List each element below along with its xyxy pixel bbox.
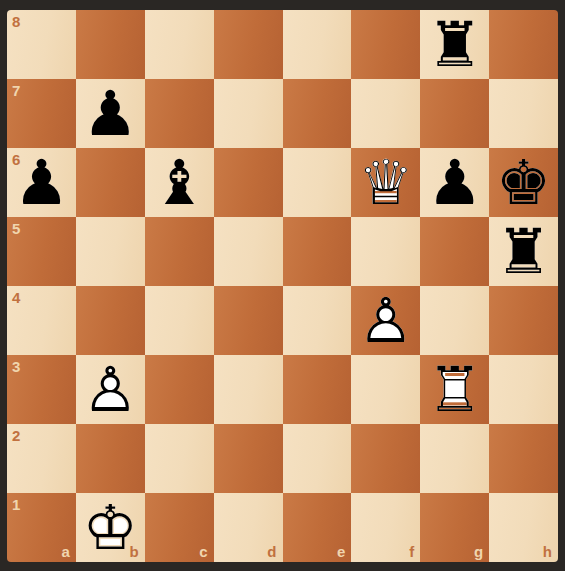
black-king-icon[interactable]: ♚ — [489, 148, 558, 217]
black-bishop-icon[interactable]: ♝ — [145, 148, 214, 217]
square-a8[interactable]: 8 — [7, 10, 76, 79]
piece-outline-glyph: ♙ — [76, 355, 145, 424]
white-king-icon[interactable]: ♚♔ — [76, 493, 145, 562]
file-label: h — [543, 544, 552, 559]
piece-outline-glyph: ♕ — [351, 148, 420, 217]
black-pawn-icon[interactable]: ♟ — [420, 148, 489, 217]
square-d6[interactable] — [214, 148, 283, 217]
square-f3[interactable] — [351, 355, 420, 424]
white-pawn-icon[interactable]: ♟♙ — [351, 286, 420, 355]
square-e1[interactable]: e — [283, 493, 352, 562]
app-background: 8♜7♟6♟♝♛♕♟♚5♜4♟♙3♟♙♜♖21ab♚♔cdefgh — [0, 0, 565, 571]
square-g3[interactable]: ♜♖ — [420, 355, 489, 424]
square-c2[interactable] — [145, 424, 214, 493]
piece-outline-glyph: ♔ — [76, 493, 145, 562]
square-h5[interactable]: ♜ — [489, 217, 558, 286]
square-b3[interactable]: ♟♙ — [76, 355, 145, 424]
square-g2[interactable] — [420, 424, 489, 493]
square-e3[interactable] — [283, 355, 352, 424]
square-d3[interactable] — [214, 355, 283, 424]
square-b4[interactable] — [76, 286, 145, 355]
square-e2[interactable] — [283, 424, 352, 493]
white-rook-icon[interactable]: ♜♖ — [420, 355, 489, 424]
file-label: a — [62, 544, 70, 559]
file-label: f — [409, 544, 414, 559]
square-f1[interactable]: f — [351, 493, 420, 562]
square-d4[interactable] — [214, 286, 283, 355]
square-h4[interactable] — [489, 286, 558, 355]
file-label: e — [337, 544, 345, 559]
square-b2[interactable] — [76, 424, 145, 493]
square-g4[interactable] — [420, 286, 489, 355]
square-h1[interactable]: h — [489, 493, 558, 562]
piece-fill-glyph: ♝ — [145, 148, 214, 217]
black-pawn-icon[interactable]: ♟ — [76, 79, 145, 148]
file-label: g — [474, 544, 483, 559]
square-c3[interactable] — [145, 355, 214, 424]
rank-label: 1 — [12, 497, 20, 512]
square-a6[interactable]: 6♟ — [7, 148, 76, 217]
square-b5[interactable] — [76, 217, 145, 286]
piece-fill-glyph: ♜ — [420, 10, 489, 79]
piece-fill-glyph: ♜ — [489, 217, 558, 286]
square-a3[interactable]: 3 — [7, 355, 76, 424]
square-e4[interactable] — [283, 286, 352, 355]
square-b1[interactable]: b♚♔ — [76, 493, 145, 562]
square-g6[interactable]: ♟ — [420, 148, 489, 217]
square-a1[interactable]: 1a — [7, 493, 76, 562]
rank-label: 2 — [12, 428, 20, 443]
piece-fill-glyph: ♟ — [7, 148, 76, 217]
rank-label: 4 — [12, 290, 20, 305]
chess-board: 8♜7♟6♟♝♛♕♟♚5♜4♟♙3♟♙♜♖21ab♚♔cdefgh — [7, 10, 558, 562]
rank-label: 3 — [12, 359, 20, 374]
square-h8[interactable] — [489, 10, 558, 79]
square-d1[interactable]: d — [214, 493, 283, 562]
square-h7[interactable] — [489, 79, 558, 148]
piece-fill-glyph: ♟ — [420, 148, 489, 217]
square-h3[interactable] — [489, 355, 558, 424]
square-e6[interactable] — [283, 148, 352, 217]
square-e8[interactable] — [283, 10, 352, 79]
square-f6[interactable]: ♛♕ — [351, 148, 420, 217]
square-g7[interactable] — [420, 79, 489, 148]
square-f2[interactable] — [351, 424, 420, 493]
square-a2[interactable]: 2 — [7, 424, 76, 493]
square-d7[interactable] — [214, 79, 283, 148]
square-f8[interactable] — [351, 10, 420, 79]
square-g5[interactable] — [420, 217, 489, 286]
square-d2[interactable] — [214, 424, 283, 493]
black-rook-icon[interactable]: ♜ — [420, 10, 489, 79]
square-c6[interactable]: ♝ — [145, 148, 214, 217]
square-b8[interactable] — [76, 10, 145, 79]
square-h6[interactable]: ♚ — [489, 148, 558, 217]
square-e7[interactable] — [283, 79, 352, 148]
rank-label: 8 — [12, 14, 20, 29]
piece-fill-glyph: ♟ — [76, 79, 145, 148]
square-e5[interactable] — [283, 217, 352, 286]
rank-label: 7 — [12, 83, 20, 98]
white-queen-icon[interactable]: ♛♕ — [351, 148, 420, 217]
square-a5[interactable]: 5 — [7, 217, 76, 286]
square-c1[interactable]: c — [145, 493, 214, 562]
rank-label: 5 — [12, 221, 20, 236]
square-d5[interactable] — [214, 217, 283, 286]
black-rook-icon[interactable]: ♜ — [489, 217, 558, 286]
square-g1[interactable]: g — [420, 493, 489, 562]
piece-fill-glyph: ♚ — [489, 148, 558, 217]
white-pawn-icon[interactable]: ♟♙ — [76, 355, 145, 424]
black-pawn-icon[interactable]: ♟ — [7, 148, 76, 217]
square-c4[interactable] — [145, 286, 214, 355]
square-d8[interactable] — [214, 10, 283, 79]
square-c5[interactable] — [145, 217, 214, 286]
file-label: c — [199, 544, 207, 559]
square-f7[interactable] — [351, 79, 420, 148]
square-f5[interactable] — [351, 217, 420, 286]
square-b6[interactable] — [76, 148, 145, 217]
square-b7[interactable]: ♟ — [76, 79, 145, 148]
square-c7[interactable] — [145, 79, 214, 148]
file-label: d — [267, 544, 276, 559]
square-a7[interactable]: 7 — [7, 79, 76, 148]
square-a4[interactable]: 4 — [7, 286, 76, 355]
piece-outline-glyph: ♖ — [420, 355, 489, 424]
square-h2[interactable] — [489, 424, 558, 493]
square-c8[interactable] — [145, 10, 214, 79]
square-g8[interactable]: ♜ — [420, 10, 489, 79]
square-f4[interactable]: ♟♙ — [351, 286, 420, 355]
piece-outline-glyph: ♙ — [351, 286, 420, 355]
